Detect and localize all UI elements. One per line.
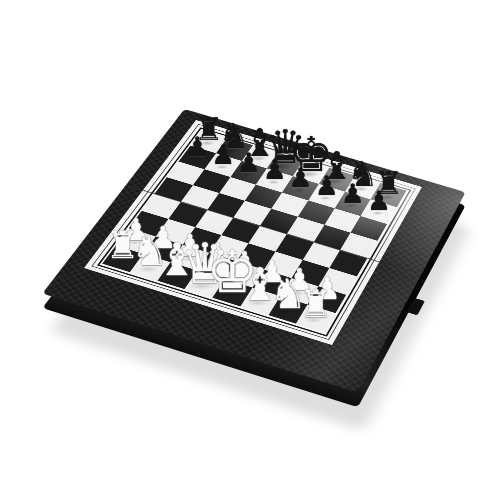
black-pawn-f7[interactable]: ♟	[315, 173, 339, 200]
product-photo-chess-set: ♜♞♝♟♛♟♚♟♝♟♞♟♜♟♟♟♟♟♟♜♟♞♟♝♟♛♟♚♟♝♞♜	[0, 0, 500, 500]
black-pawn-c7[interactable]: ♟	[237, 150, 261, 177]
pieces-layer: ♜♞♝♟♛♟♚♟♝♟♞♟♜♟♟♟♟♟♟♜♟♞♟♝♟♛♟♚♟♝♞♜	[0, 0, 500, 500]
black-pawn-a7[interactable]: ♟	[186, 134, 210, 161]
black-pawn-e7[interactable]: ♟	[289, 165, 313, 192]
black-pawn-d7[interactable]: ♟	[263, 157, 287, 184]
black-pawn-b7[interactable]: ♟	[211, 142, 235, 169]
white-rook-h1[interactable]: ♜	[299, 286, 332, 323]
black-pawn-h7[interactable]: ♟	[367, 189, 391, 216]
black-pawn-g7[interactable]: ♟	[341, 181, 365, 208]
